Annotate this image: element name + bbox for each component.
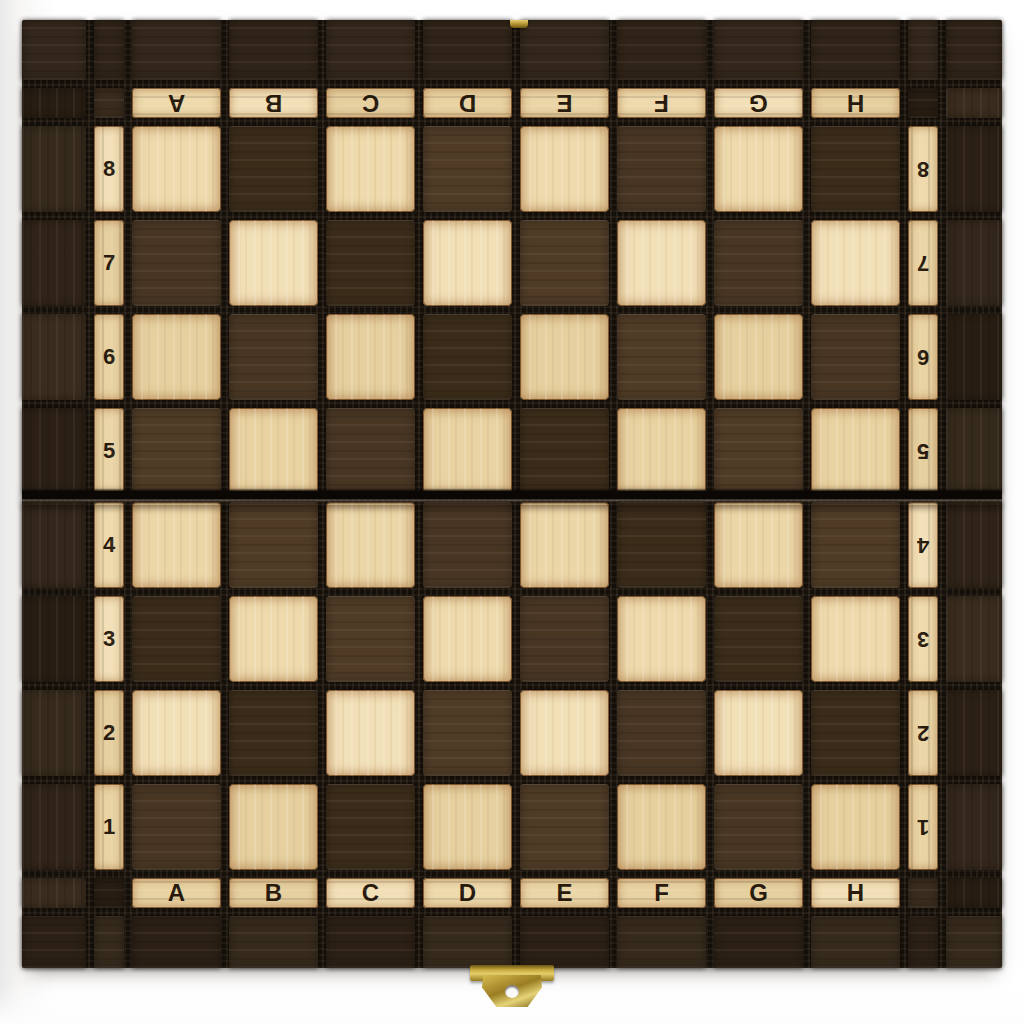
- square-f8[interactable]: [617, 126, 706, 212]
- frame-segment: [22, 916, 86, 968]
- frame-segment: [94, 88, 124, 118]
- rank-label-left-7: 7: [94, 220, 124, 306]
- square-a1[interactable]: [132, 784, 221, 870]
- rank-label-left-3: 3: [94, 596, 124, 682]
- file-label-bottom-b: B: [229, 878, 318, 908]
- square-e1[interactable]: [520, 784, 609, 870]
- square-d3[interactable]: [423, 596, 512, 682]
- frame-segment: [811, 20, 900, 80]
- frame-segment: [94, 916, 124, 968]
- rank-label-right-8: 8: [908, 126, 938, 212]
- square-b6[interactable]: [229, 314, 318, 400]
- file-label-top-b: B: [229, 88, 318, 118]
- square-g7[interactable]: [714, 220, 803, 306]
- square-h4[interactable]: [811, 502, 900, 588]
- square-d2[interactable]: [423, 690, 512, 776]
- frame-segment: [520, 916, 609, 968]
- square-d6[interactable]: [423, 314, 512, 400]
- file-label-top-a: A: [132, 88, 221, 118]
- square-d1[interactable]: [423, 784, 512, 870]
- square-b1[interactable]: [229, 784, 318, 870]
- square-g6[interactable]: [714, 314, 803, 400]
- frame-segment: [617, 20, 706, 80]
- square-b2[interactable]: [229, 690, 318, 776]
- frame-segment: [229, 20, 318, 80]
- square-a5[interactable]: [132, 408, 221, 494]
- square-g2[interactable]: [714, 690, 803, 776]
- square-g3[interactable]: [714, 596, 803, 682]
- square-c1[interactable]: [326, 784, 415, 870]
- square-h8[interactable]: [811, 126, 900, 212]
- square-b7[interactable]: [229, 220, 318, 306]
- frame-segment: [423, 20, 512, 80]
- frame-segment: [946, 596, 1002, 682]
- square-g5[interactable]: [714, 408, 803, 494]
- square-e4[interactable]: [520, 502, 609, 588]
- square-d4[interactable]: [423, 502, 512, 588]
- square-a8[interactable]: [132, 126, 221, 212]
- file-label-top-d: D: [423, 88, 512, 118]
- frame-segment: [326, 20, 415, 80]
- frame-segment: [22, 126, 86, 212]
- rank-label-right-4: 4: [908, 502, 938, 588]
- frame-segment: [22, 596, 86, 682]
- file-label-bottom-h: H: [811, 878, 900, 908]
- square-h6[interactable]: [811, 314, 900, 400]
- file-label-top-f: F: [617, 88, 706, 118]
- rank-label-left-1: 1: [94, 784, 124, 870]
- frame-segment: [22, 88, 86, 118]
- frame-segment: [946, 126, 1002, 212]
- rank-label-right-2: 2: [908, 690, 938, 776]
- square-f5[interactable]: [617, 408, 706, 494]
- rank-label-left-2: 2: [94, 690, 124, 776]
- square-c4[interactable]: [326, 502, 415, 588]
- square-f4[interactable]: [617, 502, 706, 588]
- square-d8[interactable]: [423, 126, 512, 212]
- frame-segment: [946, 502, 1002, 588]
- file-label-bottom-g: G: [714, 878, 803, 908]
- frame-segment: [132, 20, 221, 80]
- frame-segment: [946, 916, 1002, 968]
- square-b3[interactable]: [229, 596, 318, 682]
- square-e2[interactable]: [520, 690, 609, 776]
- square-a4[interactable]: [132, 502, 221, 588]
- square-h7[interactable]: [811, 220, 900, 306]
- file-label-bottom-c: C: [326, 878, 415, 908]
- frame-segment: [946, 784, 1002, 870]
- photo-background: ABCDEFGH8877665544332211ABCDEFGH: [0, 0, 1024, 1024]
- file-label-top-h: H: [811, 88, 900, 118]
- frame-segment: [714, 916, 803, 968]
- frame-segment: [22, 408, 86, 494]
- file-label-bottom-a: A: [132, 878, 221, 908]
- square-h5[interactable]: [811, 408, 900, 494]
- square-c3[interactable]: [326, 596, 415, 682]
- square-a3[interactable]: [132, 596, 221, 682]
- square-g1[interactable]: [714, 784, 803, 870]
- square-d7[interactable]: [423, 220, 512, 306]
- frame-segment: [946, 220, 1002, 306]
- frame-segment: [908, 20, 938, 80]
- square-e3[interactable]: [520, 596, 609, 682]
- chess-board: ABCDEFGH8877665544332211ABCDEFGH: [22, 20, 1002, 968]
- square-f6[interactable]: [617, 314, 706, 400]
- frame-segment: [908, 916, 938, 968]
- frame-segment: [22, 20, 86, 80]
- clasp-plate: [482, 975, 542, 1007]
- frame-segment: [946, 408, 1002, 494]
- frame-segment: [714, 20, 803, 80]
- frame-segment: [22, 220, 86, 306]
- square-e5[interactable]: [520, 408, 609, 494]
- square-a2[interactable]: [132, 690, 221, 776]
- frame-segment: [22, 690, 86, 776]
- square-a7[interactable]: [132, 220, 221, 306]
- square-e7[interactable]: [520, 220, 609, 306]
- frame-segment: [132, 916, 221, 968]
- square-g8[interactable]: [714, 126, 803, 212]
- frame-segment: [94, 20, 124, 80]
- rank-label-left-4: 4: [94, 502, 124, 588]
- frame-segment: [520, 20, 609, 80]
- clasp-hole: [505, 985, 519, 998]
- square-e6[interactable]: [520, 314, 609, 400]
- frame-segment: [94, 878, 124, 908]
- rank-label-right-1: 1: [908, 784, 938, 870]
- frame-segment: [22, 314, 86, 400]
- frame-segment: [811, 916, 900, 968]
- square-a6[interactable]: [132, 314, 221, 400]
- rank-label-right-5: 5: [908, 408, 938, 494]
- file-label-bottom-d: D: [423, 878, 512, 908]
- square-g4[interactable]: [714, 502, 803, 588]
- square-f2[interactable]: [617, 690, 706, 776]
- square-f3[interactable]: [617, 596, 706, 682]
- frame-segment: [22, 784, 86, 870]
- brass-clasp[interactable]: [452, 962, 572, 1014]
- frame-segment: [423, 916, 512, 968]
- file-label-top-g: G: [714, 88, 803, 118]
- rank-label-right-6: 6: [908, 314, 938, 400]
- square-c6[interactable]: [326, 314, 415, 400]
- frame-segment: [908, 878, 938, 908]
- square-f1[interactable]: [617, 784, 706, 870]
- rank-label-left-8: 8: [94, 126, 124, 212]
- square-c2[interactable]: [326, 690, 415, 776]
- frame-segment: [908, 88, 938, 118]
- square-b5[interactable]: [229, 408, 318, 494]
- frame-segment: [229, 916, 318, 968]
- square-e8[interactable]: [520, 126, 609, 212]
- frame-segment: [326, 916, 415, 968]
- square-c8[interactable]: [326, 126, 415, 212]
- square-b4[interactable]: [229, 502, 318, 588]
- square-c7[interactable]: [326, 220, 415, 306]
- rank-label-right-7: 7: [908, 220, 938, 306]
- file-label-bottom-f: F: [617, 878, 706, 908]
- square-b8[interactable]: [229, 126, 318, 212]
- square-h1[interactable]: [811, 784, 900, 870]
- frame-segment: [617, 916, 706, 968]
- square-h3[interactable]: [811, 596, 900, 682]
- square-h2[interactable]: [811, 690, 900, 776]
- frame-segment: [946, 314, 1002, 400]
- file-label-bottom-e: E: [520, 878, 609, 908]
- hinge-pin-icon: [510, 20, 528, 28]
- rank-label-right-3: 3: [908, 596, 938, 682]
- frame-segment: [946, 88, 1002, 118]
- frame-segment: [946, 878, 1002, 908]
- file-label-top-c: C: [326, 88, 415, 118]
- frame-segment: [22, 502, 86, 588]
- rank-label-left-5: 5: [94, 408, 124, 494]
- square-d5[interactable]: [423, 408, 512, 494]
- file-label-top-e: E: [520, 88, 609, 118]
- fold-seam: [22, 488, 1002, 505]
- frame-segment: [946, 690, 1002, 776]
- frame-segment: [946, 20, 1002, 80]
- frame-segment: [22, 878, 86, 908]
- rank-label-left-6: 6: [94, 314, 124, 400]
- square-f7[interactable]: [617, 220, 706, 306]
- square-c5[interactable]: [326, 408, 415, 494]
